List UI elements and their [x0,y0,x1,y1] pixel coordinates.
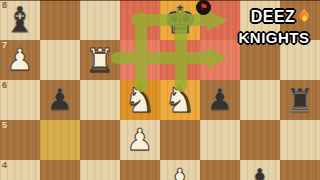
fire-icon [298,10,311,25]
square-h4[interactable] [280,160,320,180]
white-knight: ♞ [120,80,160,120]
square-c6[interactable] [80,80,120,120]
rank-label-8: 8 [2,1,7,10]
square-f4[interactable] [200,160,240,180]
square-a6[interactable]: 6 [0,80,40,120]
square-e8[interactable]: ♚ [160,0,200,40]
thumbnail: 8 ♝ ♚ 7 ♟ ♜ 6 ♟ ♞ [0,0,320,180]
square-c8[interactable] [80,0,120,40]
rank-label-7: 7 [2,41,7,50]
square-b6[interactable]: ♟ [40,80,80,120]
square-e5[interactable] [160,120,200,160]
black-pawn: ♟ [200,80,240,120]
square-h7[interactable] [280,40,320,80]
square-b7[interactable] [40,40,80,80]
square-f5[interactable] [200,120,240,160]
square-d7[interactable] [120,40,160,80]
game-over-flag-badge: ⚑ [196,0,211,15]
caption-line2: KNIGHTS [228,29,320,46]
square-c7[interactable]: ♜ [80,40,120,80]
square-b4[interactable] [40,160,80,180]
square-d5[interactable]: ♟ [120,120,160,160]
white-pawn: ♟ [160,160,200,180]
square-a5[interactable]: 5 [0,120,40,160]
chessboard: 8 ♝ ♚ 7 ♟ ♜ 6 ♟ ♞ [0,0,320,180]
square-e7[interactable] [160,40,200,80]
square-e6[interactable]: ♞ [160,80,200,120]
square-f7[interactable] [200,40,240,80]
flag-icon: ⚑ [199,3,207,12]
rank-label-6: 6 [2,81,7,90]
square-h5[interactable] [280,120,320,160]
square-a4[interactable]: 4 [0,160,40,180]
rank-label-4: 4 [2,161,7,170]
square-h6[interactable]: ♜ [280,80,320,120]
white-rook: ♜ [80,40,120,80]
white-knight: ♞ [160,80,200,120]
square-g6[interactable] [240,80,280,120]
rank-label-5: 5 [2,121,7,130]
square-d4[interactable] [120,160,160,180]
black-pawn: ♟ [40,80,80,120]
square-g4[interactable]: ♟ [240,160,280,180]
white-pawn: ♟ [120,120,160,160]
black-pawn: ♟ [240,160,280,180]
square-a8[interactable]: 8 ♝ [0,0,40,40]
square-f6[interactable]: ♟ [200,80,240,120]
square-b8[interactable] [40,0,80,40]
square-g7[interactable] [240,40,280,80]
black-king: ♚ [160,0,200,40]
square-a7[interactable]: 7 ♟ [0,40,40,80]
caption-line1: DEEZ [246,8,316,26]
square-c4[interactable] [80,160,120,180]
square-d8[interactable] [120,0,160,40]
square-g5[interactable] [240,120,280,160]
square-c5[interactable] [80,120,120,160]
caption-deez: DEEZ [251,8,296,26]
square-b5[interactable] [40,120,80,160]
square-d6[interactable]: ♞ [120,80,160,120]
square-e4[interactable]: ♟ [160,160,200,180]
black-rook: ♜ [280,80,320,120]
